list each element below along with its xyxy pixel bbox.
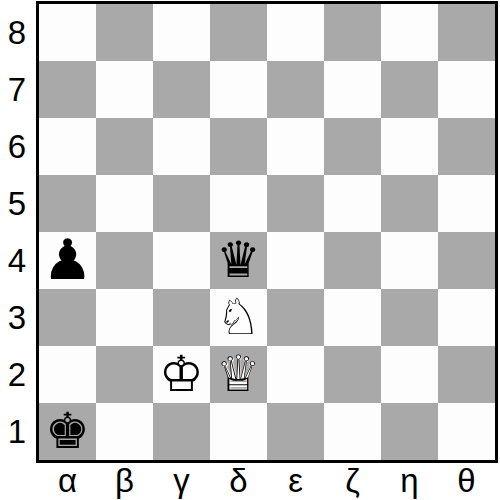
piece-glyph: ♛ <box>216 235 261 285</box>
square-f6[interactable] <box>324 118 381 175</box>
square-b2[interactable] <box>96 346 153 403</box>
square-a8[interactable] <box>39 4 96 61</box>
file-labels: αβγδεζηθ <box>39 462 495 498</box>
file-label-c: γ <box>153 462 210 500</box>
piece-glyph: ♟ <box>42 232 92 288</box>
square-e7[interactable] <box>267 61 324 118</box>
square-b3[interactable] <box>96 289 153 346</box>
square-f7[interactable] <box>324 61 381 118</box>
square-a5[interactable] <box>39 175 96 232</box>
square-g5[interactable] <box>381 175 438 232</box>
square-g8[interactable] <box>381 4 438 61</box>
square-a3[interactable] <box>39 289 96 346</box>
rank-label-6: 6 <box>0 118 34 175</box>
square-c5[interactable] <box>153 175 210 232</box>
white-knight[interactable]: ♞♘ <box>210 289 267 346</box>
rank-label-4: 4 <box>0 232 34 289</box>
square-g4[interactable] <box>381 232 438 289</box>
white-queen[interactable]: ♛♕ <box>210 346 267 403</box>
square-f1[interactable] <box>324 403 381 460</box>
square-c4[interactable] <box>153 232 210 289</box>
chess-diagram: 87654321 ♟♛♞♘♚♔♛♕♚ αβγδεζηθ <box>0 0 500 500</box>
black-king[interactable]: ♚ <box>39 403 96 460</box>
square-b7[interactable] <box>96 61 153 118</box>
square-e8[interactable] <box>267 4 324 61</box>
square-b6[interactable] <box>96 118 153 175</box>
rank-label-5: 5 <box>0 175 34 232</box>
square-f8[interactable] <box>324 4 381 61</box>
square-c3[interactable] <box>153 289 210 346</box>
square-h3[interactable] <box>438 289 495 346</box>
square-h5[interactable] <box>438 175 495 232</box>
rank-label-3: 3 <box>0 289 34 346</box>
file-label-b: β <box>96 462 153 500</box>
square-d8[interactable] <box>210 4 267 61</box>
square-g2[interactable] <box>381 346 438 403</box>
square-d1[interactable] <box>210 403 267 460</box>
file-label-h: θ <box>438 462 495 500</box>
square-h1[interactable] <box>438 403 495 460</box>
square-a1[interactable]: ♚ <box>39 403 96 460</box>
square-h6[interactable] <box>438 118 495 175</box>
square-a6[interactable] <box>39 118 96 175</box>
rank-label-1: 1 <box>0 403 34 460</box>
square-h2[interactable] <box>438 346 495 403</box>
file-label-a: α <box>39 462 96 500</box>
piece-glyph: ♘ <box>216 292 261 342</box>
square-d7[interactable] <box>210 61 267 118</box>
rank-label-7: 7 <box>0 61 34 118</box>
square-e1[interactable] <box>267 403 324 460</box>
square-a7[interactable] <box>39 61 96 118</box>
square-d5[interactable] <box>210 175 267 232</box>
square-a4[interactable]: ♟ <box>39 232 96 289</box>
square-b4[interactable] <box>96 232 153 289</box>
square-d4[interactable]: ♛ <box>210 232 267 289</box>
square-a2[interactable] <box>39 346 96 403</box>
rank-label-2: 2 <box>0 346 34 403</box>
square-h8[interactable] <box>438 4 495 61</box>
file-label-d: δ <box>210 462 267 500</box>
square-e6[interactable] <box>267 118 324 175</box>
square-f2[interactable] <box>324 346 381 403</box>
square-h7[interactable] <box>438 61 495 118</box>
square-b1[interactable] <box>96 403 153 460</box>
square-b5[interactable] <box>96 175 153 232</box>
square-f5[interactable] <box>324 175 381 232</box>
square-f3[interactable] <box>324 289 381 346</box>
square-g1[interactable] <box>381 403 438 460</box>
square-h4[interactable] <box>438 232 495 289</box>
square-g3[interactable] <box>381 289 438 346</box>
square-c1[interactable] <box>153 403 210 460</box>
square-e4[interactable] <box>267 232 324 289</box>
square-e2[interactable] <box>267 346 324 403</box>
piece-glyph: ♕ <box>216 349 261 399</box>
square-d3[interactable]: ♞♘ <box>210 289 267 346</box>
rank-label-8: 8 <box>0 4 34 61</box>
square-e5[interactable] <box>267 175 324 232</box>
square-d2[interactable]: ♛♕ <box>210 346 267 403</box>
black-pawn[interactable]: ♟ <box>39 232 96 289</box>
square-g6[interactable] <box>381 118 438 175</box>
piece-glyph: ♚ <box>45 406 90 456</box>
rank-labels: 87654321 <box>0 4 34 460</box>
file-label-f: ζ <box>324 462 381 500</box>
square-b8[interactable] <box>96 4 153 61</box>
square-d6[interactable] <box>210 118 267 175</box>
square-c8[interactable] <box>153 4 210 61</box>
square-f4[interactable] <box>324 232 381 289</box>
board: ♟♛♞♘♚♔♛♕♚ <box>36 1 498 463</box>
square-e3[interactable] <box>267 289 324 346</box>
file-label-e: ε <box>267 462 324 500</box>
white-king[interactable]: ♚♔ <box>153 346 210 403</box>
square-g7[interactable] <box>381 61 438 118</box>
piece-glyph: ♔ <box>159 349 204 399</box>
file-label-g: η <box>381 462 438 500</box>
black-queen[interactable]: ♛ <box>210 232 267 289</box>
square-c2[interactable]: ♚♔ <box>153 346 210 403</box>
square-c6[interactable] <box>153 118 210 175</box>
square-c7[interactable] <box>153 61 210 118</box>
